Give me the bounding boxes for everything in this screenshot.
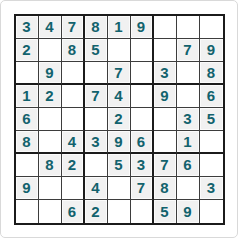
cell-r5c9[interactable]: 5 [200,108,223,131]
cell-r9c6[interactable] [131,200,154,223]
cell-r2c7[interactable] [154,39,177,62]
cell-r2c2[interactable] [39,39,62,62]
cell-r9c2[interactable] [39,200,62,223]
cell-r9c4[interactable]: 2 [85,200,108,223]
cell-r5c2[interactable] [39,108,62,131]
cell-r5c8[interactable]: 3 [177,108,200,131]
cell-r3c2[interactable]: 9 [39,62,62,85]
cell-r7c5[interactable]: 5 [108,154,131,177]
cell-r7c9[interactable] [200,154,223,177]
cell-r8c3[interactable] [62,177,85,200]
cell-r5c5[interactable]: 2 [108,108,131,131]
cell-r2c9[interactable]: 9 [200,39,223,62]
cell-r2c1[interactable]: 2 [16,39,39,62]
cell-r5c1[interactable]: 6 [16,108,39,131]
cell-r6c8[interactable]: 1 [177,131,200,154]
cell-r6c9[interactable] [200,131,223,154]
cell-r9c5[interactable] [108,200,131,223]
cell-r4c6[interactable] [131,85,154,108]
cell-r2c8[interactable]: 7 [177,39,200,62]
cell-r2c3[interactable]: 8 [62,39,85,62]
cell-r4c7[interactable]: 9 [154,85,177,108]
cell-r1c4[interactable]: 8 [85,16,108,39]
cell-r4c1[interactable]: 1 [16,85,39,108]
cell-r1c3[interactable]: 7 [62,16,85,39]
cell-r6c5[interactable]: 9 [108,131,131,154]
cell-r9c8[interactable]: 9 [177,200,200,223]
cell-r3c7[interactable]: 3 [154,62,177,85]
cell-r4c3[interactable] [62,85,85,108]
cell-r3c1[interactable] [16,62,39,85]
cell-r9c7[interactable]: 5 [154,200,177,223]
cell-r7c6[interactable]: 3 [131,154,154,177]
cell-r3c4[interactable] [85,62,108,85]
cell-r1c1[interactable]: 3 [16,16,39,39]
cell-r8c4[interactable]: 4 [85,177,108,200]
cell-r8c8[interactable] [177,177,200,200]
cell-r7c3[interactable]: 2 [62,154,85,177]
cell-r4c4[interactable]: 7 [85,85,108,108]
cell-r3c3[interactable] [62,62,85,85]
cell-r7c4[interactable] [85,154,108,177]
cell-r6c3[interactable]: 4 [62,131,85,154]
cell-r1c6[interactable]: 9 [131,16,154,39]
cell-r2c5[interactable] [108,39,131,62]
cell-r6c1[interactable]: 8 [16,131,39,154]
cell-r6c2[interactable] [39,131,62,154]
cell-r6c7[interactable] [154,131,177,154]
cell-r9c3[interactable]: 6 [62,200,85,223]
cell-r4c8[interactable] [177,85,200,108]
sudoku-board: 3478192857997381274966235843961825376947… [14,14,225,225]
cell-r3c8[interactable] [177,62,200,85]
cell-r4c2[interactable]: 2 [39,85,62,108]
cell-r5c3[interactable] [62,108,85,131]
cell-r3c6[interactable] [131,62,154,85]
cell-r7c7[interactable]: 7 [154,154,177,177]
cell-r6c4[interactable]: 3 [85,131,108,154]
cell-r8c6[interactable]: 7 [131,177,154,200]
cell-r8c2[interactable] [39,177,62,200]
cell-r4c9[interactable]: 6 [200,85,223,108]
cell-r1c8[interactable] [177,16,200,39]
cell-r1c2[interactable]: 4 [39,16,62,39]
cell-r8c7[interactable]: 8 [154,177,177,200]
cell-r7c8[interactable]: 6 [177,154,200,177]
cell-r1c9[interactable] [200,16,223,39]
cell-r7c1[interactable] [16,154,39,177]
cell-r6c6[interactable]: 6 [131,131,154,154]
cell-r8c5[interactable] [108,177,131,200]
cell-r5c7[interactable] [154,108,177,131]
cell-r9c9[interactable] [200,200,223,223]
cell-r2c4[interactable]: 5 [85,39,108,62]
cell-r1c7[interactable] [154,16,177,39]
cell-r5c6[interactable] [131,108,154,131]
cell-r2c6[interactable] [131,39,154,62]
screenshot-frame: 3478192857997381274966235843961825376947… [0,0,238,238]
cell-r5c4[interactable] [85,108,108,131]
cell-r3c5[interactable]: 7 [108,62,131,85]
cell-r4c5[interactable]: 4 [108,85,131,108]
cell-r8c9[interactable]: 3 [200,177,223,200]
cell-r9c1[interactable] [16,200,39,223]
cell-r7c2[interactable]: 8 [39,154,62,177]
cell-r3c9[interactable]: 8 [200,62,223,85]
cell-r1c5[interactable]: 1 [108,16,131,39]
cell-r8c1[interactable]: 9 [16,177,39,200]
